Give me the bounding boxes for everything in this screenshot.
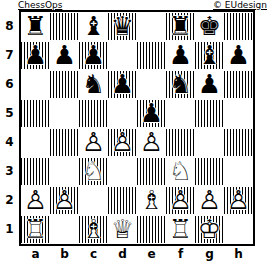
piece-white-pawn: ♟♙	[195, 186, 224, 215]
piece-black-queen: ♛	[108, 12, 137, 41]
piece-white-pawn: ♟♙	[166, 186, 195, 215]
piece-glyph: ♟	[79, 41, 108, 70]
rank-label-2: 2	[0, 186, 19, 215]
square-g1[interactable]: ♚♔	[195, 215, 224, 244]
piece-glyph: ♜	[166, 12, 195, 41]
file-label-f: f	[166, 247, 195, 261]
piece-white-pawn: ♟♙	[21, 186, 50, 215]
piece-glyph: ♟	[137, 99, 166, 128]
square-g5[interactable]	[195, 99, 224, 128]
square-b4[interactable]	[50, 128, 79, 157]
piece-black-bishop: ♝	[79, 12, 108, 41]
piece-glyph-outline: ♗	[79, 215, 108, 244]
piece-white-king: ♚♔	[195, 215, 224, 244]
square-h6[interactable]	[224, 70, 253, 99]
piece-glyph-outline: ♙	[108, 128, 137, 157]
piece-glyph-outline: ♙	[224, 186, 253, 215]
square-e3[interactable]	[137, 157, 166, 186]
piece-glyph-outline: ♙	[79, 128, 108, 157]
square-f2[interactable]: ♟♙	[166, 186, 195, 215]
file-label-d: d	[108, 247, 137, 261]
square-h5[interactable]	[224, 99, 253, 128]
square-f8[interactable]: ♜	[166, 12, 195, 41]
square-g6[interactable]: ♟	[195, 70, 224, 99]
piece-black-pawn: ♟	[79, 41, 108, 70]
piece-white-bishop: ♝♗	[79, 215, 108, 244]
square-c7[interactable]: ♟	[79, 41, 108, 70]
piece-white-rook: ♜♖	[166, 215, 195, 244]
rank-label-6: 6	[0, 70, 19, 99]
square-a3[interactable]	[21, 157, 50, 186]
square-f7[interactable]: ♟	[166, 41, 195, 70]
square-h2[interactable]: ♟♙	[224, 186, 253, 215]
piece-glyph: ♟	[166, 41, 195, 70]
square-h3[interactable]	[224, 157, 253, 186]
square-e4[interactable]: ♟♙	[137, 128, 166, 157]
square-g7[interactable]: ♝	[195, 41, 224, 70]
chess-board: ♜♝♛♜♚♟♟♟♟♝♟♞♟♞♟♟♟♙♟♙♟♙♞♘♞♘♟♙♟♙♝♗♟♙♟♙♟♙♜♖…	[19, 10, 255, 246]
square-g4[interactable]	[195, 128, 224, 157]
piece-glyph-outline: ♙	[166, 186, 195, 215]
piece-white-pawn: ♟♙	[224, 186, 253, 215]
piece-glyph: ♟	[224, 41, 253, 70]
file-label-h: h	[224, 247, 253, 261]
square-b2[interactable]: ♟♙	[50, 186, 79, 215]
square-d1[interactable]: ♛♕	[108, 215, 137, 244]
square-f6[interactable]: ♞	[166, 70, 195, 99]
piece-glyph: ♟	[195, 70, 224, 99]
piece-white-knight: ♞♘	[166, 157, 195, 186]
square-a6[interactable]	[21, 70, 50, 99]
square-c1[interactable]: ♝♗	[79, 215, 108, 244]
square-d8[interactable]: ♛	[108, 12, 137, 41]
piece-glyph: ♞	[166, 70, 195, 99]
rank-label-1: 1	[0, 215, 19, 244]
square-f4[interactable]	[166, 128, 195, 157]
square-d4[interactable]: ♟♙	[108, 128, 137, 157]
piece-black-pawn: ♟	[195, 70, 224, 99]
piece-glyph: ♝	[195, 41, 224, 70]
piece-white-pawn: ♟♙	[108, 128, 137, 157]
piece-glyph-outline: ♙	[21, 186, 50, 215]
square-b5[interactable]	[50, 99, 79, 128]
piece-glyph: ♟	[50, 41, 79, 70]
square-g8[interactable]: ♚	[195, 12, 224, 41]
square-d2[interactable]	[108, 186, 137, 215]
piece-black-rook: ♜	[21, 12, 50, 41]
file-label-a: a	[21, 247, 50, 261]
piece-white-pawn: ♟♙	[79, 128, 108, 157]
piece-glyph-outline: ♙	[137, 128, 166, 157]
file-label-g: g	[195, 247, 224, 261]
square-b7[interactable]: ♟	[50, 41, 79, 70]
rank-label-8: 8	[0, 12, 19, 41]
square-f3[interactable]: ♞♘	[166, 157, 195, 186]
square-a8[interactable]: ♜	[21, 12, 50, 41]
square-e6[interactable]	[137, 70, 166, 99]
square-g3[interactable]	[195, 157, 224, 186]
square-c5[interactable]	[79, 99, 108, 128]
square-a7[interactable]: ♟	[21, 41, 50, 70]
header: ChessOps © EUdesign	[0, 0, 270, 10]
file-labels: abcdefgh	[21, 247, 253, 261]
piece-glyph-outline: ♘	[166, 157, 195, 186]
square-c8[interactable]: ♝	[79, 12, 108, 41]
piece-glyph-outline: ♕	[108, 215, 137, 244]
piece-black-pawn: ♟	[224, 41, 253, 70]
square-f1[interactable]: ♜♖	[166, 215, 195, 244]
piece-white-pawn: ♟♙	[137, 128, 166, 157]
piece-glyph-outline: ♙	[50, 186, 79, 215]
piece-glyph-outline: ♙	[195, 186, 224, 215]
rank-label-3: 3	[0, 157, 19, 186]
piece-glyph: ♚	[195, 12, 224, 41]
square-e7[interactable]	[137, 41, 166, 70]
chessops-diagram-page: ChessOps © EUdesign 87654321 ♜♝♛♜♚♟♟♟♟♝♟…	[0, 0, 270, 270]
piece-white-queen: ♛♕	[108, 215, 137, 244]
piece-glyph: ♞	[79, 70, 108, 99]
square-e1[interactable]	[137, 215, 166, 244]
square-a2[interactable]: ♟♙	[21, 186, 50, 215]
piece-glyph-outline: ♖	[21, 215, 50, 244]
piece-white-knight: ♞♘	[79, 157, 108, 186]
piece-glyph-outline: ♘	[79, 157, 108, 186]
piece-black-pawn: ♟	[166, 41, 195, 70]
piece-white-rook: ♜♖	[21, 215, 50, 244]
piece-black-pawn: ♟	[108, 70, 137, 99]
square-c6[interactable]: ♞	[79, 70, 108, 99]
piece-glyph: ♟	[21, 41, 50, 70]
square-b1[interactable]	[50, 215, 79, 244]
square-h4[interactable]	[224, 128, 253, 157]
square-b8[interactable]	[50, 12, 79, 41]
piece-black-rook: ♜	[166, 12, 195, 41]
square-h7[interactable]: ♟	[224, 41, 253, 70]
square-h8[interactable]	[224, 12, 253, 41]
rank-labels: 87654321	[0, 12, 19, 244]
piece-black-knight: ♞	[166, 70, 195, 99]
piece-black-pawn: ♟	[21, 41, 50, 70]
piece-glyph: ♟	[108, 70, 137, 99]
piece-black-bishop: ♝	[195, 41, 224, 70]
eudesign-credit-link[interactable]: © EUdesign	[213, 0, 267, 10]
piece-black-pawn: ♟	[50, 41, 79, 70]
square-a4[interactable]	[21, 128, 50, 157]
piece-white-bishop: ♝♗	[137, 186, 166, 215]
square-h1[interactable]	[224, 215, 253, 244]
square-d6[interactable]: ♟	[108, 70, 137, 99]
square-a5[interactable]	[21, 99, 50, 128]
file-label-c: c	[79, 247, 108, 261]
file-label-b: b	[50, 247, 79, 261]
square-e5[interactable]: ♟	[137, 99, 166, 128]
piece-black-knight: ♞	[79, 70, 108, 99]
square-d7[interactable]	[108, 41, 137, 70]
piece-black-pawn: ♟	[137, 99, 166, 128]
square-g2[interactable]: ♟♙	[195, 186, 224, 215]
piece-glyph-outline: ♖	[166, 215, 195, 244]
piece-glyph: ♜	[21, 12, 50, 41]
square-e2[interactable]: ♝♗	[137, 186, 166, 215]
piece-glyph: ♛	[108, 12, 137, 41]
chessops-title-link[interactable]: ChessOps	[18, 0, 62, 10]
square-d3[interactable]	[108, 157, 137, 186]
square-b6[interactable]	[50, 70, 79, 99]
piece-glyph-outline: ♗	[137, 186, 166, 215]
rank-label-4: 4	[0, 128, 19, 157]
piece-glyph-outline: ♔	[195, 215, 224, 244]
square-c2[interactable]	[79, 186, 108, 215]
square-a1[interactable]: ♜♖	[21, 215, 50, 244]
square-e8[interactable]	[137, 12, 166, 41]
square-c4[interactable]: ♟♙	[79, 128, 108, 157]
square-f5[interactable]	[166, 99, 195, 128]
rank-label-5: 5	[0, 99, 19, 128]
square-d5[interactable]	[108, 99, 137, 128]
piece-white-pawn: ♟♙	[50, 186, 79, 215]
rank-label-7: 7	[0, 41, 19, 70]
square-c3[interactable]: ♞♘	[79, 157, 108, 186]
square-b3[interactable]	[50, 157, 79, 186]
file-label-e: e	[137, 247, 166, 261]
piece-glyph: ♝	[79, 12, 108, 41]
piece-black-king: ♚	[195, 12, 224, 41]
